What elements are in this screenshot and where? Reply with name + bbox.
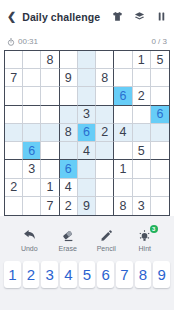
cell-r1c7[interactable] — [114, 51, 132, 69]
cell-r5c9[interactable] — [151, 124, 169, 142]
numpad-key-6[interactable]: 6 — [97, 261, 114, 288]
cell-r9c7[interactable]: 8 — [114, 197, 132, 215]
cell-r3c3[interactable] — [41, 87, 59, 105]
cell-r5c4[interactable]: 8 — [60, 124, 78, 142]
cell-r8c7[interactable] — [114, 179, 132, 197]
hint-label: Hint — [139, 245, 151, 252]
numpad-key-9[interactable]: 9 — [153, 261, 170, 288]
cell-r4c2[interactable] — [23, 106, 41, 124]
cell-r8c6[interactable] — [96, 179, 114, 197]
undo-label: Undo — [21, 245, 38, 252]
cell-r5c5[interactable]: 6 — [78, 124, 96, 142]
cell-r2c3[interactable] — [41, 69, 59, 87]
erase-button[interactable]: Erase — [53, 229, 83, 252]
timer-value: 00:31 — [18, 37, 38, 46]
cell-r8c5[interactable] — [78, 179, 96, 197]
cell-r4c1[interactable] — [5, 106, 23, 124]
sudoku-board: 8157986236862464536121472983 — [4, 50, 170, 216]
cell-r7c1[interactable] — [5, 160, 23, 178]
cell-r9c8[interactable]: 3 — [133, 197, 151, 215]
bottom-panel: Undo Erase Pencil — [0, 216, 174, 310]
numpad-key-8[interactable]: 8 — [135, 261, 152, 288]
cell-r9c9[interactable] — [151, 197, 169, 215]
numpad-key-5[interactable]: 5 — [79, 261, 96, 288]
numpad-key-3[interactable]: 3 — [41, 261, 58, 288]
cell-r5c6[interactable]: 2 — [96, 124, 114, 142]
cell-r8c1[interactable]: 2 — [5, 179, 23, 197]
cell-r8c8[interactable] — [133, 179, 151, 197]
levels-layers-icon[interactable] — [133, 11, 145, 23]
cell-r9c3[interactable]: 7 — [41, 197, 59, 215]
cell-r3c7[interactable]: 6 — [114, 87, 132, 105]
cell-r4c3[interactable] — [41, 106, 59, 124]
pencil-icon — [100, 229, 113, 242]
cell-r7c2[interactable]: 3 — [23, 160, 41, 178]
numpad-key-4[interactable]: 4 — [60, 261, 77, 288]
cell-r3c4[interactable] — [60, 87, 78, 105]
cell-r8c9[interactable] — [151, 179, 169, 197]
pause-button-icon[interactable] — [155, 11, 167, 23]
hint-button[interactable]: 3 Hint — [130, 229, 160, 252]
cell-r2c1[interactable]: 7 — [5, 69, 23, 87]
cell-r5c1[interactable] — [5, 124, 23, 142]
cell-r1c9[interactable]: 5 — [151, 51, 169, 69]
cell-r6c8[interactable]: 5 — [133, 142, 151, 160]
numpad-key-7[interactable]: 7 — [116, 261, 133, 288]
cell-r7c4[interactable]: 6 — [60, 160, 78, 178]
cell-r7c3[interactable] — [41, 160, 59, 178]
cell-r1c6[interactable] — [96, 51, 114, 69]
undo-button[interactable]: Undo — [14, 229, 44, 252]
cell-r8c2[interactable] — [23, 179, 41, 197]
cell-r6c5[interactable]: 4 — [78, 142, 96, 160]
cell-r4c5[interactable]: 3 — [78, 106, 96, 124]
app-bar: ❮ Daily challenge — [0, 0, 174, 33]
lightbulb-icon — [138, 229, 151, 242]
back-button[interactable]: ❮ — [7, 11, 16, 22]
numpad-key-1[interactable]: 1 — [4, 261, 21, 288]
page-title: Daily challenge — [22, 11, 100, 23]
cell-r1c8[interactable]: 1 — [133, 51, 151, 69]
cell-r3c5[interactable] — [78, 87, 96, 105]
cell-r1c5[interactable] — [78, 51, 96, 69]
cell-r3c2[interactable] — [23, 87, 41, 105]
cell-r8c3[interactable]: 1 — [41, 179, 59, 197]
cell-r4c6[interactable] — [96, 106, 114, 124]
pencil-label: Pencil — [97, 245, 116, 252]
numpad-key-2[interactable]: 2 — [23, 261, 40, 288]
cell-r9c5[interactable]: 9 — [78, 197, 96, 215]
undo-arrow-icon — [23, 229, 36, 242]
cell-r2c9[interactable] — [151, 69, 169, 87]
cell-r6c4[interactable] — [60, 142, 78, 160]
cell-r5c7[interactable]: 4 — [114, 124, 132, 142]
theme-shirt-icon[interactable] — [111, 11, 123, 23]
toolbar: Undo Erase Pencil — [0, 229, 174, 252]
cell-r2c2[interactable] — [23, 69, 41, 87]
erase-label: Erase — [59, 245, 77, 252]
hint-count-badge: 3 — [150, 225, 158, 233]
cell-r7c6[interactable] — [96, 160, 114, 178]
cell-r1c2[interactable] — [23, 51, 41, 69]
cell-r4c4[interactable] — [60, 106, 78, 124]
cell-r5c8[interactable] — [133, 124, 151, 142]
cell-r4c7[interactable] — [114, 106, 132, 124]
cell-r6c2[interactable]: 6 — [23, 142, 41, 160]
cell-r6c7[interactable] — [114, 142, 132, 160]
eraser-icon — [61, 229, 74, 242]
cell-r7c8[interactable] — [133, 160, 151, 178]
cell-r2c6[interactable]: 8 — [96, 69, 114, 87]
cell-r5c3[interactable] — [41, 124, 59, 142]
cell-r9c2[interactable] — [23, 197, 41, 215]
cell-r4c8[interactable] — [133, 106, 151, 124]
cell-r3c1[interactable] — [5, 87, 23, 105]
cell-r5c2[interactable] — [23, 124, 41, 142]
number-pad: 123456789 — [0, 261, 174, 288]
cell-r1c3[interactable]: 8 — [41, 51, 59, 69]
cell-r7c9[interactable] — [151, 160, 169, 178]
cell-r2c7[interactable] — [114, 69, 132, 87]
cell-r1c4[interactable] — [60, 51, 78, 69]
cell-r2c4[interactable]: 9 — [60, 69, 78, 87]
status-bar: 00:31 0 / 3 — [0, 33, 174, 50]
timer-icon — [7, 38, 15, 46]
cell-r3c8[interactable]: 2 — [133, 87, 151, 105]
cell-r1c1[interactable] — [5, 51, 23, 69]
cell-r6c3[interactable] — [41, 142, 59, 160]
cell-r8c4[interactable]: 4 — [60, 179, 78, 197]
cell-r6c1[interactable] — [5, 142, 23, 160]
cell-r6c6[interactable] — [96, 142, 114, 160]
cell-r9c4[interactable]: 2 — [60, 197, 78, 215]
cell-r3c6[interactable] — [96, 87, 114, 105]
cell-r7c5[interactable] — [78, 160, 96, 178]
cell-r6c9[interactable] — [151, 142, 169, 160]
cell-r9c6[interactable] — [96, 197, 114, 215]
cell-r2c5[interactable] — [78, 69, 96, 87]
cell-r3c9[interactable] — [151, 87, 169, 105]
cell-r2c8[interactable] — [133, 69, 151, 87]
mistakes-counter: 0 / 3 — [151, 37, 167, 46]
cell-r4c9[interactable]: 6 — [151, 106, 169, 124]
cell-r9c1[interactable] — [5, 197, 23, 215]
cell-r7c7[interactable]: 1 — [114, 160, 132, 178]
pencil-button[interactable]: Pencil — [91, 229, 121, 252]
